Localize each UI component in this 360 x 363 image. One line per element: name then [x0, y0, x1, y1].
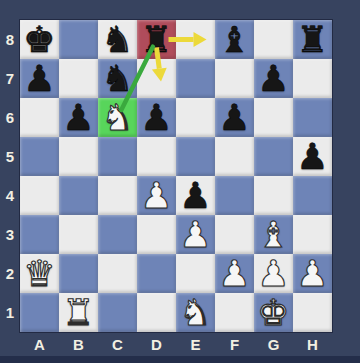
square-a3[interactable]	[20, 215, 59, 254]
black-rook[interactable]: ♜	[137, 20, 176, 59]
square-e8[interactable]	[176, 20, 215, 59]
square-h2[interactable]: ♟	[293, 254, 332, 293]
rank-label-3: 3	[0, 215, 20, 254]
square-a7[interactable]: ♟	[20, 59, 59, 98]
square-c3[interactable]	[98, 215, 137, 254]
black-rook[interactable]: ♜	[293, 20, 332, 59]
square-g4[interactable]	[254, 176, 293, 215]
black-pawn[interactable]: ♟	[59, 98, 98, 137]
square-g6[interactable]	[254, 98, 293, 137]
file-label-a: A	[20, 332, 59, 356]
square-b4[interactable]	[59, 176, 98, 215]
chess-analysis-board: 87654321 ♚♞♜♝♜♟♞♟♟♞♟♟♟♟♟♟♝♛♟♟♟♜♞♚ ABCDEF…	[0, 0, 360, 363]
square-d4[interactable]: ♟	[137, 176, 176, 215]
square-g7[interactable]: ♟	[254, 59, 293, 98]
black-king[interactable]: ♚	[20, 20, 59, 59]
white-queen[interactable]: ♛	[20, 254, 59, 293]
square-c5[interactable]	[98, 137, 137, 176]
white-knight[interactable]: ♞	[176, 293, 215, 332]
file-label-e: E	[176, 332, 215, 356]
square-g1[interactable]: ♚	[254, 293, 293, 332]
square-d8[interactable]: ♜	[137, 20, 176, 59]
square-g2[interactable]: ♟	[254, 254, 293, 293]
square-b6[interactable]: ♟	[59, 98, 98, 137]
white-king[interactable]: ♚	[254, 293, 293, 332]
white-pawn[interactable]: ♟	[215, 254, 254, 293]
square-f4[interactable]	[215, 176, 254, 215]
square-d2[interactable]	[137, 254, 176, 293]
file-label-f: F	[215, 332, 254, 356]
square-e5[interactable]	[176, 137, 215, 176]
file-labels: ABCDEFGH	[20, 332, 332, 356]
file-label-d: D	[137, 332, 176, 356]
square-c4[interactable]	[98, 176, 137, 215]
white-bishop[interactable]: ♝	[254, 215, 293, 254]
square-f7[interactable]	[215, 59, 254, 98]
square-h8[interactable]: ♜	[293, 20, 332, 59]
square-a1[interactable]	[20, 293, 59, 332]
square-f2[interactable]: ♟	[215, 254, 254, 293]
white-pawn[interactable]: ♟	[176, 215, 215, 254]
square-d5[interactable]	[137, 137, 176, 176]
square-e4[interactable]: ♟	[176, 176, 215, 215]
square-d7[interactable]	[137, 59, 176, 98]
square-f8[interactable]: ♝	[215, 20, 254, 59]
square-a5[interactable]	[20, 137, 59, 176]
square-e3[interactable]: ♟	[176, 215, 215, 254]
square-c1[interactable]	[98, 293, 137, 332]
white-pawn[interactable]: ♟	[293, 254, 332, 293]
square-c8[interactable]: ♞	[98, 20, 137, 59]
square-c7[interactable]: ♞	[98, 59, 137, 98]
rank-label-6: 6	[0, 98, 20, 137]
white-pawn[interactable]: ♟	[254, 254, 293, 293]
black-pawn[interactable]: ♟	[137, 98, 176, 137]
white-pawn[interactable]: ♟	[137, 176, 176, 215]
rank-label-1: 1	[0, 293, 20, 332]
square-f1[interactable]	[215, 293, 254, 332]
black-pawn[interactable]: ♟	[20, 59, 59, 98]
black-pawn[interactable]: ♟	[215, 98, 254, 137]
square-a8[interactable]: ♚	[20, 20, 59, 59]
rank-label-7: 7	[0, 59, 20, 98]
chess-board[interactable]: ♚♞♜♝♜♟♞♟♟♞♟♟♟♟♟♟♝♛♟♟♟♜♞♚	[20, 20, 332, 332]
white-knight[interactable]: ♞	[98, 98, 137, 137]
white-rook[interactable]: ♜	[59, 293, 98, 332]
square-a2[interactable]: ♛	[20, 254, 59, 293]
square-h3[interactable]	[293, 215, 332, 254]
black-pawn[interactable]: ♟	[176, 176, 215, 215]
square-d3[interactable]	[137, 215, 176, 254]
file-label-b: B	[59, 332, 98, 356]
rank-labels: 87654321	[0, 20, 20, 332]
square-a4[interactable]	[20, 176, 59, 215]
file-label-c: C	[98, 332, 137, 356]
square-f6[interactable]: ♟	[215, 98, 254, 137]
square-h6[interactable]	[293, 98, 332, 137]
square-g8[interactable]	[254, 20, 293, 59]
square-b3[interactable]	[59, 215, 98, 254]
square-b2[interactable]	[59, 254, 98, 293]
black-pawn[interactable]: ♟	[254, 59, 293, 98]
black-pawn[interactable]: ♟	[293, 137, 332, 176]
square-b1[interactable]: ♜	[59, 293, 98, 332]
black-bishop[interactable]: ♝	[215, 20, 254, 59]
square-e7[interactable]	[176, 59, 215, 98]
square-f5[interactable]	[215, 137, 254, 176]
square-e2[interactable]	[176, 254, 215, 293]
square-b8[interactable]	[59, 20, 98, 59]
square-g3[interactable]: ♝	[254, 215, 293, 254]
black-knight[interactable]: ♞	[98, 20, 137, 59]
square-h5[interactable]: ♟	[293, 137, 332, 176]
black-knight[interactable]: ♞	[98, 59, 137, 98]
rank-label-4: 4	[0, 176, 20, 215]
file-label-h: H	[293, 332, 332, 356]
square-g5[interactable]	[254, 137, 293, 176]
square-h1[interactable]	[293, 293, 332, 332]
square-d1[interactable]	[137, 293, 176, 332]
square-e6[interactable]	[176, 98, 215, 137]
square-d6[interactable]: ♟	[137, 98, 176, 137]
square-h7[interactable]	[293, 59, 332, 98]
bottom-strip	[0, 356, 360, 363]
square-h4[interactable]	[293, 176, 332, 215]
square-c2[interactable]	[98, 254, 137, 293]
square-b5[interactable]	[59, 137, 98, 176]
rank-label-8: 8	[0, 20, 20, 59]
square-e1[interactable]: ♞	[176, 293, 215, 332]
square-f3[interactable]	[215, 215, 254, 254]
square-a6[interactable]	[20, 98, 59, 137]
square-c6[interactable]: ♞	[98, 98, 137, 137]
file-label-g: G	[254, 332, 293, 356]
rank-label-5: 5	[0, 137, 20, 176]
square-b7[interactable]	[59, 59, 98, 98]
rank-label-2: 2	[0, 254, 20, 293]
